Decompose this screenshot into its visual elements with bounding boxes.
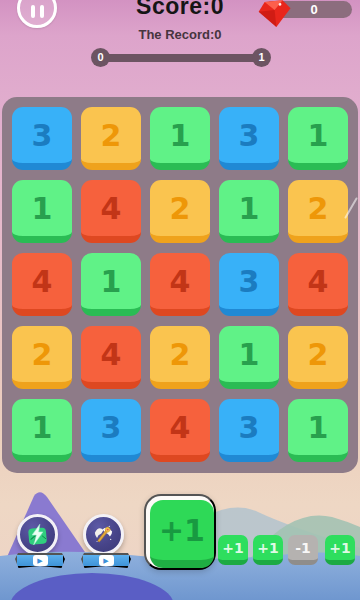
tile-r4c3[interactable]: 3 — [219, 399, 279, 462]
tile-r2c3[interactable]: 3 — [219, 253, 279, 316]
current-piece-button[interactable]: +1 — [144, 494, 216, 570]
tile-r3c1[interactable]: 4 — [81, 326, 141, 389]
progress-start: 0 — [91, 48, 110, 67]
gem-icon — [256, 0, 295, 31]
tile-r3c4[interactable]: 2 — [288, 326, 348, 389]
powerup-breaker-button[interactable] — [17, 514, 58, 555]
queue-piece-1[interactable]: +1 — [218, 535, 248, 565]
tile-r2c2[interactable]: 4 — [150, 253, 210, 316]
tile-grid: 3 2 1 3 1 1 4 2 1 2 4 1 4 3 4 2 4 2 1 2 … — [2, 97, 358, 472]
tile-r1c2[interactable]: 2 — [150, 180, 210, 243]
tile-r0c4[interactable]: 1 — [288, 107, 348, 170]
video-ad-icon: ▶ — [33, 555, 48, 566]
tile-r2c0[interactable]: 4 — [12, 253, 72, 316]
record-label: The Record:0 — [0, 27, 360, 42]
video-ad-icon: ▶ — [99, 555, 114, 566]
level-progress-bar: 0 1 — [91, 47, 271, 68]
tile-breaker-icon — [26, 520, 49, 550]
tile-r3c2[interactable]: 2 — [150, 326, 210, 389]
tile-r1c0[interactable]: 1 — [12, 180, 72, 243]
wand-ad-ribbon[interactable]: ▶ — [81, 553, 131, 568]
progress-end: 1 — [252, 48, 271, 67]
tile-r2c1[interactable]: 1 — [81, 253, 141, 316]
queue-piece-4[interactable]: +1 — [325, 535, 355, 565]
tile-r1c4[interactable]: 2 — [288, 180, 348, 243]
tile-r4c2[interactable]: 4 — [150, 399, 210, 462]
tile-r0c3[interactable]: 3 — [219, 107, 279, 170]
powerup-wand-button[interactable] — [83, 514, 124, 555]
tile-r4c4[interactable]: 1 — [288, 399, 348, 462]
tile-r0c1[interactable]: 2 — [81, 107, 141, 170]
tile-r0c2[interactable]: 1 — [150, 107, 210, 170]
winged-wand-icon — [92, 519, 115, 551]
tile-r2c4[interactable]: 4 — [288, 253, 348, 316]
tile-r1c3[interactable]: 1 — [219, 180, 279, 243]
progress-track — [100, 54, 261, 62]
tile-r4c0[interactable]: 1 — [12, 399, 72, 462]
tile-r0c0[interactable]: 3 — [12, 107, 72, 170]
queue-piece-2[interactable]: +1 — [253, 535, 283, 565]
tile-r3c0[interactable]: 2 — [12, 326, 72, 389]
tile-r3c3[interactable]: 1 — [219, 326, 279, 389]
game-board: 3 2 1 3 1 1 4 2 1 2 4 1 4 3 4 2 4 2 1 2 … — [2, 97, 358, 473]
breaker-ad-ribbon[interactable]: ▶ — [15, 553, 65, 568]
game-screen: Score:0 The Record:0 0 0 1 3 2 1 3 1 1 4… — [0, 0, 360, 600]
tile-r1c1[interactable]: 4 — [81, 180, 141, 243]
queue-piece-3[interactable]: -1 — [288, 535, 318, 565]
tile-r4c1[interactable]: 3 — [81, 399, 141, 462]
current-piece-label: +1 — [150, 500, 214, 568]
